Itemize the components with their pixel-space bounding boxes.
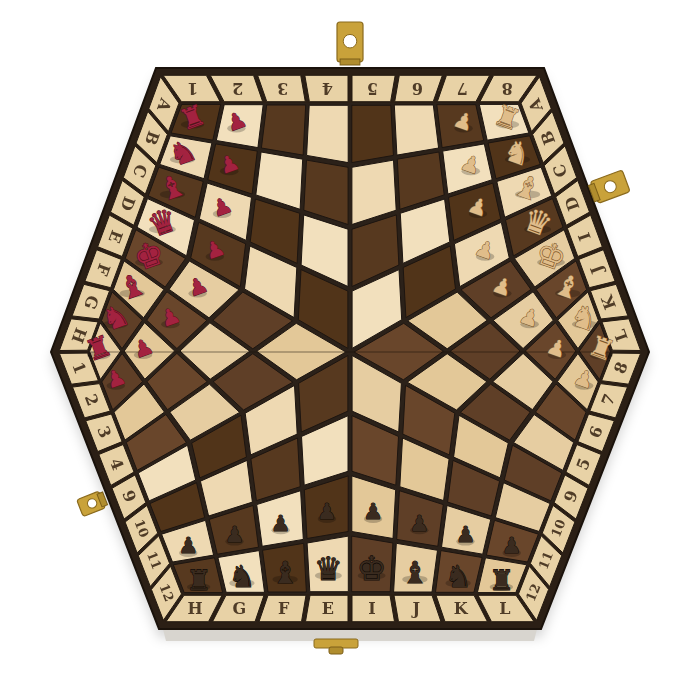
- product-photo: 12345678ABCDIJKL87659101112LKJIEFGH12111…: [0, 0, 700, 700]
- piece-black-pawn-f2[interactable]: ♟: [271, 511, 291, 536]
- cell-red-a4[interactable]: [307, 105, 349, 162]
- piece-black-pawn-k2[interactable]: ♟: [456, 522, 476, 547]
- border-label: L: [499, 599, 510, 618]
- piece-black-rook-h1[interactable]: ♜: [186, 564, 211, 597]
- piece-black-pawn-h2[interactable]: ♟: [178, 533, 198, 558]
- piece-black-queen-e1[interactable]: ♛: [314, 550, 343, 588]
- piece-black-rook-l1[interactable]: ♜: [489, 564, 514, 597]
- border-label: 8: [502, 79, 513, 98]
- cell-white-a3[interactable]: [394, 105, 438, 155]
- piece-black-king-i1[interactable]: ♚: [357, 549, 387, 588]
- border-label: I: [368, 599, 375, 618]
- border-label: 6: [412, 79, 423, 98]
- border-label: F: [278, 599, 290, 618]
- border-label: 2: [232, 79, 243, 98]
- piece-black-bishop-f1[interactable]: ♝: [272, 555, 299, 590]
- border-label: 5: [367, 79, 378, 98]
- border-label: 4: [322, 79, 333, 98]
- piece-black-pawn-e2[interactable]: ♟: [317, 499, 337, 524]
- cell-white-a4[interactable]: [352, 105, 394, 162]
- piece-black-knight-g1[interactable]: ♞: [228, 559, 255, 594]
- border-label: K: [454, 599, 469, 618]
- latch-lower-left: [77, 490, 109, 517]
- three-player-chess-board: 12345678ABCDIJKL87659101112LKJIEFGH12111…: [0, 0, 700, 700]
- piece-black-pawn-l2[interactable]: ♟: [502, 533, 522, 558]
- piece-black-bishop-j1[interactable]: ♝: [401, 555, 428, 590]
- border-label: 3: [277, 79, 288, 98]
- piece-black-pawn-j2[interactable]: ♟: [409, 511, 429, 536]
- border-label: 7: [457, 79, 468, 98]
- piece-black-pawn-g2[interactable]: ♟: [225, 522, 245, 547]
- piece-black-knight-k1[interactable]: ♞: [445, 559, 472, 594]
- latch-upper-right: [587, 170, 630, 204]
- border-label: E: [322, 599, 334, 618]
- border-label: H: [188, 599, 203, 618]
- border-label: G: [233, 599, 247, 618]
- border-label: 1: [187, 79, 198, 98]
- latch-bottom-center: [314, 639, 358, 654]
- latch-top-center: [337, 22, 363, 65]
- border-label: J: [411, 599, 421, 618]
- piece-black-pawn-i2[interactable]: ♟: [363, 499, 383, 524]
- cell-red-a3[interactable]: [261, 105, 305, 155]
